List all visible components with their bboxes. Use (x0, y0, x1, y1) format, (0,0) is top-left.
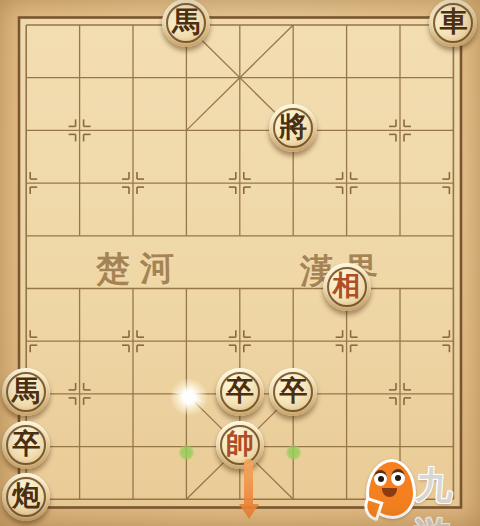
mascot-right-eye (391, 469, 405, 486)
piece-black-chariot[interactable]: 車 (429, 0, 477, 47)
piece-black-soldier[interactable]: 卒 (2, 421, 50, 469)
piece-black-horse[interactable]: 馬 (162, 0, 210, 47)
piece-character: 相 (323, 263, 371, 311)
piece-character: 馬 (162, 0, 210, 47)
xiangqi-game-screen: 楚河 漢界 馬車將相馬卒卒卒帥炮 九游 (0, 0, 480, 526)
piece-character: 炮 (2, 473, 50, 521)
piece-character: 卒 (216, 368, 264, 416)
mascot-left-eye (374, 470, 387, 486)
piece-black-horse[interactable]: 馬 (2, 368, 50, 416)
jiuyou-mascot-icon (366, 459, 416, 519)
piece-character: 卒 (2, 421, 50, 469)
piece-character: 卒 (269, 368, 317, 416)
mascot-mouth (382, 488, 397, 497)
piece-black-soldier[interactable]: 卒 (216, 368, 264, 416)
piece-black-general[interactable]: 將 (269, 104, 317, 152)
piece-red-elephant[interactable]: 相 (323, 263, 371, 311)
move-hint-dot[interactable] (179, 445, 194, 460)
piece-black-soldier[interactable]: 卒 (269, 368, 317, 416)
watermark-brand-text: 九游 (411, 461, 480, 526)
piece-character: 車 (429, 0, 477, 47)
river-label-chu-he: 楚河 (96, 245, 185, 293)
move-hint-dot[interactable] (286, 445, 301, 460)
piece-character: 將 (269, 104, 317, 152)
piece-black-cannon[interactable]: 炮 (2, 473, 50, 521)
jiuyou-watermark: 九游 (362, 455, 480, 521)
mascot-tail (360, 497, 383, 522)
piece-character: 帥 (216, 421, 264, 469)
piece-red-general[interactable]: 帥 (216, 421, 264, 469)
piece-character: 馬 (2, 368, 50, 416)
